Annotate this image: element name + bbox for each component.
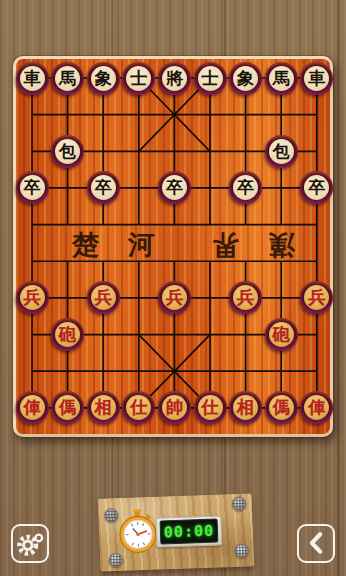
- piece-black-soldier[interactable]: 卒: [300, 171, 333, 204]
- black-chariot-glyph: 車: [20, 66, 45, 91]
- piece-red-horse[interactable]: 傌: [265, 391, 298, 424]
- red-soldier-glyph: 兵: [233, 285, 258, 310]
- piece-black-horse[interactable]: 馬: [265, 62, 298, 95]
- piece-black-cannon[interactable]: 包: [265, 135, 298, 168]
- rivet-icon: [232, 497, 246, 511]
- piece-red-general[interactable]: 帥: [158, 391, 191, 424]
- piece-red-horse[interactable]: 傌: [51, 391, 84, 424]
- piece-red-soldier[interactable]: 兵: [300, 281, 333, 314]
- red-soldier-glyph: 兵: [304, 285, 329, 310]
- red-cannon-glyph: 砲: [55, 322, 80, 347]
- pieces-layer: 車馬象士將士象馬車包包卒卒卒卒卒兵兵兵兵兵砲砲俥傌相仕帥仕相傌俥: [16, 59, 330, 434]
- piece-black-soldier[interactable]: 卒: [16, 171, 49, 204]
- black-horse-glyph: 馬: [269, 66, 294, 91]
- piece-red-soldier[interactable]: 兵: [158, 281, 191, 314]
- black-advisor-glyph: 士: [198, 66, 223, 91]
- piece-red-soldier[interactable]: 兵: [87, 281, 120, 314]
- red-soldier-glyph: 兵: [20, 285, 45, 310]
- red-chariot-glyph: 俥: [304, 395, 329, 420]
- piece-black-soldier[interactable]: 卒: [158, 171, 191, 204]
- red-horse-glyph: 傌: [269, 395, 294, 420]
- black-advisor-glyph: 士: [126, 66, 151, 91]
- piece-black-soldier[interactable]: 卒: [229, 171, 262, 204]
- piece-red-advisor[interactable]: 仕: [194, 391, 227, 424]
- timer-screen: 00:00: [160, 519, 219, 545]
- black-elephant-glyph: 象: [233, 66, 258, 91]
- piece-red-chariot[interactable]: 俥: [300, 391, 333, 424]
- black-soldier-glyph: 卒: [233, 175, 258, 200]
- chevron-left-icon: [300, 526, 333, 559]
- black-soldier-glyph: 卒: [20, 175, 45, 200]
- piece-red-cannon[interactable]: 砲: [265, 318, 298, 351]
- red-elephant-glyph: 相: [233, 395, 258, 420]
- red-advisor-glyph: 仕: [126, 395, 151, 420]
- red-elephant-glyph: 相: [91, 395, 116, 420]
- piece-black-soldier[interactable]: 卒: [87, 171, 120, 204]
- rivet-icon: [234, 543, 248, 557]
- black-horse-glyph: 馬: [55, 66, 80, 91]
- red-chariot-glyph: 俥: [20, 395, 45, 420]
- red-horse-glyph: 傌: [55, 395, 80, 420]
- timer-value: 00:00: [164, 522, 215, 542]
- black-elephant-glyph: 象: [91, 66, 116, 91]
- black-cannon-glyph: 包: [55, 139, 80, 164]
- stopwatch-icon: [116, 507, 160, 556]
- red-advisor-glyph: 仕: [198, 395, 223, 420]
- piece-red-advisor[interactable]: 仕: [122, 391, 155, 424]
- piece-red-elephant[interactable]: 相: [229, 391, 262, 424]
- settings-button[interactable]: [11, 524, 49, 563]
- piece-black-advisor[interactable]: 士: [122, 62, 155, 95]
- black-soldier-glyph: 卒: [162, 175, 187, 200]
- piece-black-advisor[interactable]: 士: [194, 62, 227, 95]
- red-soldier-glyph: 兵: [91, 285, 116, 310]
- piece-black-chariot[interactable]: 車: [300, 62, 333, 95]
- piece-red-soldier[interactable]: 兵: [16, 281, 49, 314]
- gear-icon: [14, 526, 47, 559]
- red-cannon-glyph: 砲: [269, 322, 294, 347]
- piece-red-soldier[interactable]: 兵: [229, 281, 262, 314]
- piece-red-chariot[interactable]: 俥: [16, 391, 49, 424]
- xiangqi-board[interactable]: 楚河 漢界 車馬象士將士象馬車包包卒卒卒卒卒兵兵兵兵兵砲砲俥傌相仕帥仕相傌俥: [13, 56, 333, 437]
- black-soldier-glyph: 卒: [304, 175, 329, 200]
- piece-black-elephant[interactable]: 象: [87, 62, 120, 95]
- black-cannon-glyph: 包: [269, 139, 294, 164]
- red-general-glyph: 帥: [162, 395, 187, 420]
- piece-black-cannon[interactable]: 包: [51, 135, 84, 168]
- red-soldier-glyph: 兵: [162, 285, 187, 310]
- clock-plank: 00:00: [98, 493, 254, 571]
- back-button[interactable]: [297, 524, 335, 563]
- black-soldier-glyph: 卒: [91, 175, 116, 200]
- piece-black-general[interactable]: 將: [158, 62, 191, 95]
- piece-red-cannon[interactable]: 砲: [51, 318, 84, 351]
- black-general-glyph: 將: [162, 66, 187, 91]
- piece-black-horse[interactable]: 馬: [51, 62, 84, 95]
- piece-red-elephant[interactable]: 相: [87, 391, 120, 424]
- piece-black-chariot[interactable]: 車: [16, 62, 49, 95]
- black-chariot-glyph: 車: [304, 66, 329, 91]
- piece-black-elephant[interactable]: 象: [229, 62, 262, 95]
- timer-display: 00:00: [155, 515, 222, 547]
- xiangqi-app-screen: 楚河 漢界 車馬象士將士象馬車包包卒卒卒卒卒兵兵兵兵兵砲砲俥傌相仕帥仕相傌俥: [0, 0, 346, 576]
